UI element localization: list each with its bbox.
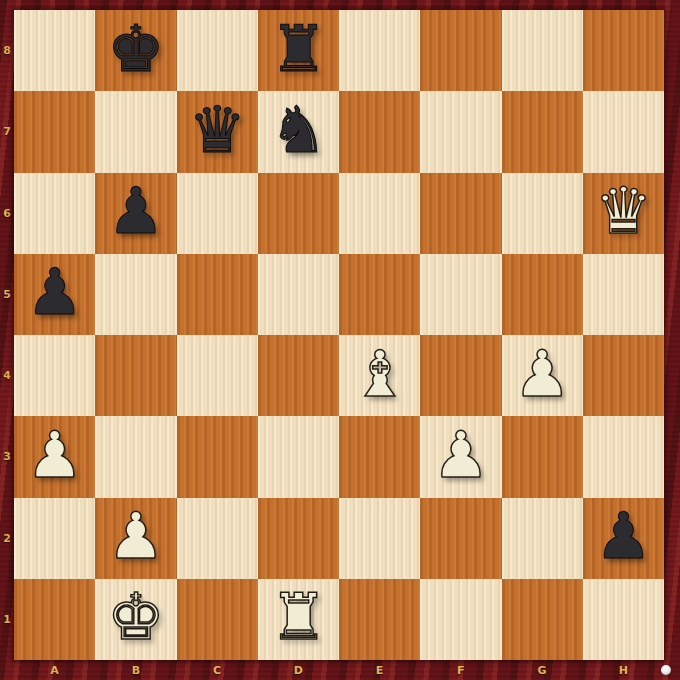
square-f7[interactable] bbox=[420, 91, 501, 172]
square-h8[interactable] bbox=[583, 10, 664, 91]
square-e6[interactable] bbox=[339, 173, 420, 254]
rank-label-1: 1 bbox=[0, 579, 14, 660]
square-e4[interactable]: ♝ bbox=[339, 335, 420, 416]
square-h1[interactable] bbox=[583, 579, 664, 660]
file-label-b: B bbox=[95, 660, 176, 680]
black-pawn-b6[interactable]: ♟ bbox=[107, 179, 164, 243]
square-b6[interactable]: ♟ bbox=[95, 173, 176, 254]
square-f5[interactable] bbox=[420, 254, 501, 335]
square-h6[interactable]: ♛ bbox=[583, 173, 664, 254]
square-e3[interactable] bbox=[339, 416, 420, 497]
square-d8[interactable]: ♜ bbox=[258, 10, 339, 91]
square-g3[interactable] bbox=[502, 416, 583, 497]
file-label-e: E bbox=[339, 660, 420, 680]
square-g2[interactable] bbox=[502, 498, 583, 579]
file-label-d: D bbox=[258, 660, 339, 680]
square-d1[interactable]: ♜ bbox=[258, 579, 339, 660]
rank-label-3: 3 bbox=[0, 416, 14, 497]
white-pawn-g4[interactable]: ♟ bbox=[513, 342, 570, 406]
square-a6[interactable] bbox=[14, 173, 95, 254]
square-b3[interactable] bbox=[95, 416, 176, 497]
white-king-b1[interactable]: ♚ bbox=[107, 585, 164, 649]
rank-label-5: 5 bbox=[0, 254, 14, 335]
square-h7[interactable] bbox=[583, 91, 664, 172]
square-b2[interactable]: ♟ bbox=[95, 498, 176, 579]
square-e7[interactable] bbox=[339, 91, 420, 172]
rank-label-2: 2 bbox=[0, 498, 14, 579]
square-b1[interactable]: ♚ bbox=[95, 579, 176, 660]
rank-label-4: 4 bbox=[0, 335, 14, 416]
square-c1[interactable] bbox=[177, 579, 258, 660]
square-g8[interactable] bbox=[502, 10, 583, 91]
white-pawn-b2[interactable]: ♟ bbox=[107, 504, 164, 568]
square-b7[interactable] bbox=[95, 91, 176, 172]
white-bishop-e4[interactable]: ♝ bbox=[351, 342, 408, 406]
square-d6[interactable] bbox=[258, 173, 339, 254]
rank-label-8: 8 bbox=[0, 10, 14, 91]
black-knight-d7[interactable]: ♞ bbox=[270, 98, 327, 162]
square-g7[interactable] bbox=[502, 91, 583, 172]
white-rook-d1[interactable]: ♜ bbox=[270, 585, 327, 649]
square-a4[interactable] bbox=[14, 335, 95, 416]
square-a8[interactable] bbox=[14, 10, 95, 91]
square-f4[interactable] bbox=[420, 335, 501, 416]
square-a3[interactable]: ♟ bbox=[14, 416, 95, 497]
board[interactable]: ♚♜♛♞♟♛♟♝♟♟♟♟♟♚♜ bbox=[14, 10, 664, 660]
square-h3[interactable] bbox=[583, 416, 664, 497]
square-d3[interactable] bbox=[258, 416, 339, 497]
square-e2[interactable] bbox=[339, 498, 420, 579]
square-d5[interactable] bbox=[258, 254, 339, 335]
rank-label-7: 7 bbox=[0, 91, 14, 172]
file-label-c: C bbox=[177, 660, 258, 680]
square-c5[interactable] bbox=[177, 254, 258, 335]
square-c2[interactable] bbox=[177, 498, 258, 579]
square-b5[interactable] bbox=[95, 254, 176, 335]
square-f6[interactable] bbox=[420, 173, 501, 254]
black-queen-c7[interactable]: ♛ bbox=[188, 98, 245, 162]
square-b4[interactable] bbox=[95, 335, 176, 416]
file-label-a: A bbox=[14, 660, 95, 680]
square-a1[interactable] bbox=[14, 579, 95, 660]
square-c3[interactable] bbox=[177, 416, 258, 497]
square-d4[interactable] bbox=[258, 335, 339, 416]
white-queen-h6[interactable]: ♛ bbox=[595, 179, 652, 243]
square-e5[interactable] bbox=[339, 254, 420, 335]
square-h5[interactable] bbox=[583, 254, 664, 335]
square-c7[interactable]: ♛ bbox=[177, 91, 258, 172]
square-c8[interactable] bbox=[177, 10, 258, 91]
square-g1[interactable] bbox=[502, 579, 583, 660]
file-label-g: G bbox=[502, 660, 583, 680]
square-g5[interactable] bbox=[502, 254, 583, 335]
black-pawn-h2[interactable]: ♟ bbox=[595, 504, 652, 568]
white-pawn-a3[interactable]: ♟ bbox=[26, 423, 83, 487]
square-d2[interactable] bbox=[258, 498, 339, 579]
rank-label-6: 6 bbox=[0, 173, 14, 254]
square-a2[interactable] bbox=[14, 498, 95, 579]
black-king-b8[interactable]: ♚ bbox=[107, 17, 164, 81]
square-f3[interactable]: ♟ bbox=[420, 416, 501, 497]
rank-labels: 87654321 bbox=[0, 10, 14, 660]
square-e1[interactable] bbox=[339, 579, 420, 660]
square-e8[interactable] bbox=[339, 10, 420, 91]
white-to-move-indicator-dot bbox=[661, 665, 671, 675]
file-labels: ABCDEFGH bbox=[14, 660, 664, 680]
square-b8[interactable]: ♚ bbox=[95, 10, 176, 91]
black-pawn-a5[interactable]: ♟ bbox=[26, 260, 83, 324]
square-h2[interactable]: ♟ bbox=[583, 498, 664, 579]
square-f8[interactable] bbox=[420, 10, 501, 91]
square-f2[interactable] bbox=[420, 498, 501, 579]
square-c6[interactable] bbox=[177, 173, 258, 254]
board-frame: 87654321 ♚♜♛♞♟♛♟♝♟♟♟♟♟♚♜ ABCDEFGH bbox=[0, 0, 680, 680]
square-h4[interactable] bbox=[583, 335, 664, 416]
square-a5[interactable]: ♟ bbox=[14, 254, 95, 335]
file-label-h: H bbox=[583, 660, 664, 680]
square-d7[interactable]: ♞ bbox=[258, 91, 339, 172]
white-pawn-f3[interactable]: ♟ bbox=[432, 423, 489, 487]
square-a7[interactable] bbox=[14, 91, 95, 172]
black-rook-d8[interactable]: ♜ bbox=[270, 17, 327, 81]
file-label-f: F bbox=[420, 660, 501, 680]
square-g6[interactable] bbox=[502, 173, 583, 254]
square-g4[interactable]: ♟ bbox=[502, 335, 583, 416]
square-c4[interactable] bbox=[177, 335, 258, 416]
square-f1[interactable] bbox=[420, 579, 501, 660]
